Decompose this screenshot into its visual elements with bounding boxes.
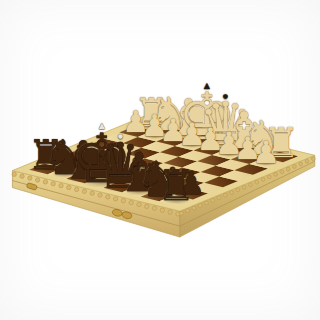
chess-set-photo: ♜♞♟♝♟♚▲♟♛●♟♝♟♞♟♜♟♟♟♟♜♟♞♟♝♟♚▲♟♛●♟♝♟♞♜ bbox=[0, 0, 320, 320]
